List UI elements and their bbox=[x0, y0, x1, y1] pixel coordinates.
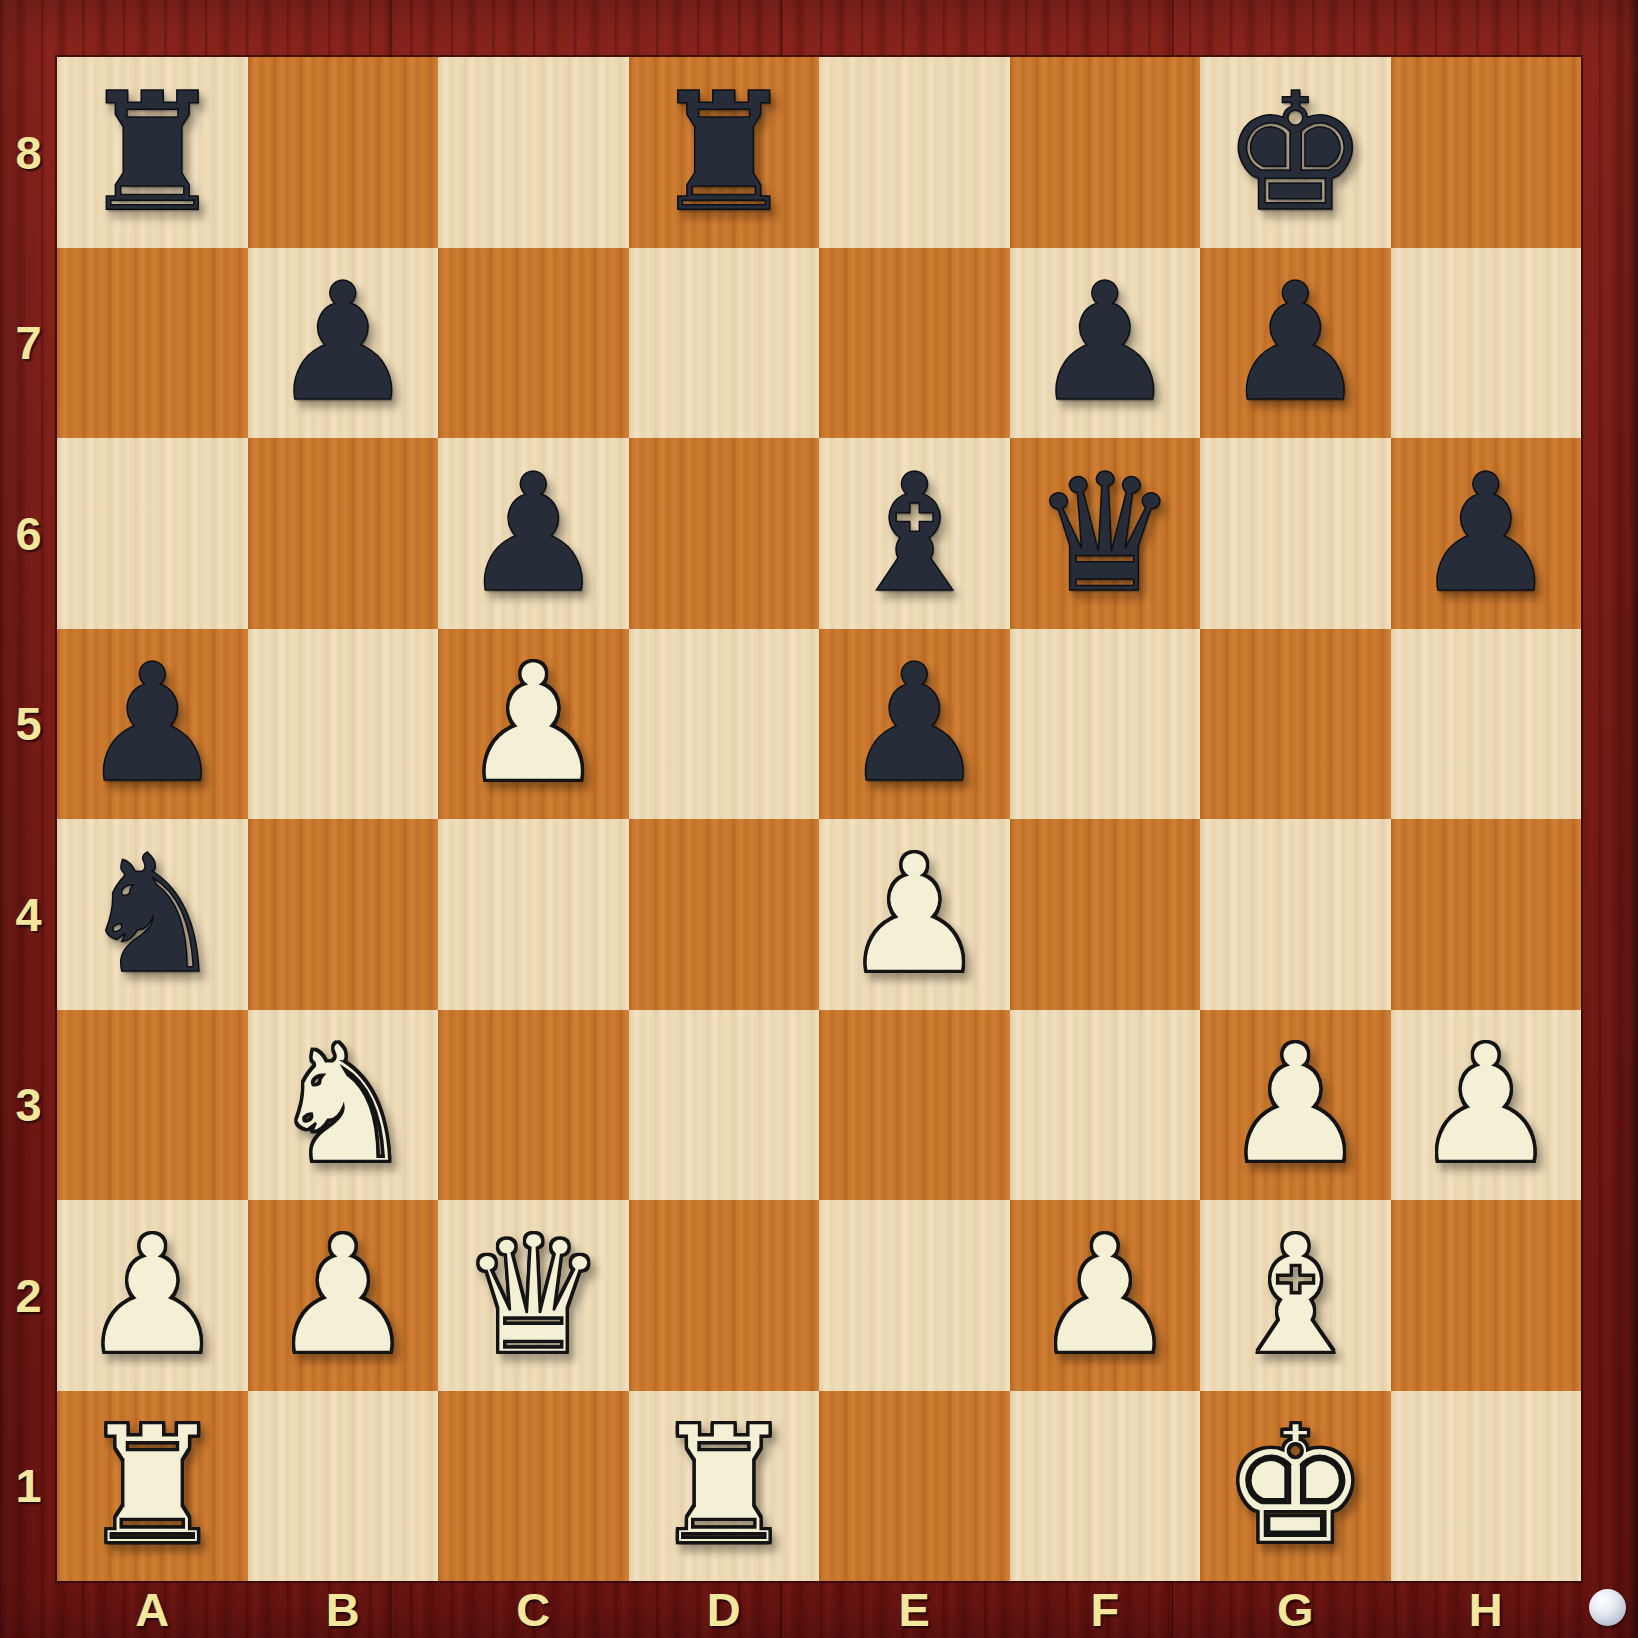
square-b7[interactable]: ♟ bbox=[248, 248, 439, 439]
square-f6[interactable]: ♛ bbox=[1010, 438, 1201, 629]
square-e4[interactable]: ♟ bbox=[819, 819, 1010, 1010]
rank-label-3: 3 bbox=[0, 1010, 57, 1201]
piece-white-pawn[interactable]: ♟ bbox=[1032, 1214, 1178, 1377]
piece-black-pawn[interactable]: ♟ bbox=[270, 261, 416, 424]
square-h2[interactable] bbox=[1391, 1200, 1582, 1391]
square-c7[interactable] bbox=[438, 248, 629, 439]
square-a3[interactable] bbox=[57, 1010, 248, 1201]
wood-seam bbox=[1172, 1581, 1175, 1638]
square-a7[interactable] bbox=[57, 248, 248, 439]
square-a6[interactable] bbox=[57, 438, 248, 629]
piece-black-rook[interactable]: ♜ bbox=[79, 71, 225, 234]
file-label-d: D bbox=[629, 1581, 820, 1638]
square-e2[interactable] bbox=[819, 1200, 1010, 1391]
square-e8[interactable] bbox=[819, 57, 1010, 248]
square-g5[interactable] bbox=[1200, 629, 1391, 820]
square-f4[interactable] bbox=[1010, 819, 1201, 1010]
rank-label-5: 5 bbox=[0, 629, 57, 820]
square-g2[interactable]: ♝ bbox=[1200, 1200, 1391, 1391]
file-label-e: E bbox=[819, 1581, 1010, 1638]
file-label-b: B bbox=[248, 1581, 439, 1638]
piece-white-queen[interactable]: ♛ bbox=[460, 1214, 606, 1377]
square-e7[interactable] bbox=[819, 248, 1010, 439]
piece-black-king[interactable]: ♚ bbox=[1222, 71, 1368, 234]
white-to-move-indicator bbox=[1589, 1589, 1626, 1626]
wood-seam bbox=[390, 1581, 393, 1638]
square-d5[interactable] bbox=[629, 629, 820, 820]
square-d2[interactable] bbox=[629, 1200, 820, 1391]
square-h8[interactable] bbox=[1391, 57, 1582, 248]
square-b5[interactable] bbox=[248, 629, 439, 820]
square-d4[interactable] bbox=[629, 819, 820, 1010]
rank-label-4: 4 bbox=[0, 819, 57, 1010]
piece-white-pawn[interactable]: ♟ bbox=[460, 642, 606, 805]
square-g1[interactable]: ♚ bbox=[1200, 1391, 1391, 1582]
square-f5[interactable] bbox=[1010, 629, 1201, 820]
rank-label-1: 1 bbox=[0, 1391, 57, 1582]
square-d8[interactable]: ♜ bbox=[629, 57, 820, 248]
piece-white-pawn[interactable]: ♟ bbox=[1413, 1023, 1559, 1186]
piece-white-pawn[interactable]: ♟ bbox=[270, 1214, 416, 1377]
piece-black-pawn[interactable]: ♟ bbox=[841, 642, 987, 805]
square-h7[interactable] bbox=[1391, 248, 1582, 439]
piece-black-rook[interactable]: ♜ bbox=[651, 71, 797, 234]
square-c3[interactable] bbox=[438, 1010, 629, 1201]
square-c6[interactable]: ♟ bbox=[438, 438, 629, 629]
square-b2[interactable]: ♟ bbox=[248, 1200, 439, 1391]
square-b8[interactable] bbox=[248, 57, 439, 248]
square-a5[interactable]: ♟ bbox=[57, 629, 248, 820]
rank-label-6: 6 bbox=[0, 438, 57, 629]
square-f8[interactable] bbox=[1010, 57, 1201, 248]
square-a4[interactable]: ♞ bbox=[57, 819, 248, 1010]
square-f1[interactable] bbox=[1010, 1391, 1201, 1582]
square-a2[interactable]: ♟ bbox=[57, 1200, 248, 1391]
square-b4[interactable] bbox=[248, 819, 439, 1010]
square-h5[interactable] bbox=[1391, 629, 1582, 820]
piece-white-rook[interactable]: ♜ bbox=[79, 1404, 225, 1567]
piece-black-pawn[interactable]: ♟ bbox=[79, 642, 225, 805]
wood-seam bbox=[781, 0, 784, 57]
piece-black-bishop[interactable]: ♝ bbox=[841, 452, 987, 615]
piece-white-pawn[interactable]: ♟ bbox=[1222, 1023, 1368, 1186]
chess-board: ♜♜♚♟♟♟♟♝♛♟♟♟♟♞♟♞♟♟♟♟♛♟♝♜♜♚ bbox=[57, 57, 1581, 1581]
piece-black-pawn[interactable]: ♟ bbox=[1413, 452, 1559, 615]
square-e1[interactable] bbox=[819, 1391, 1010, 1582]
square-h1[interactable] bbox=[1391, 1391, 1582, 1582]
square-c2[interactable]: ♛ bbox=[438, 1200, 629, 1391]
piece-black-pawn[interactable]: ♟ bbox=[460, 452, 606, 615]
piece-white-king[interactable]: ♚ bbox=[1222, 1404, 1368, 1567]
piece-white-bishop[interactable]: ♝ bbox=[1222, 1214, 1368, 1377]
square-c4[interactable] bbox=[438, 819, 629, 1010]
square-e5[interactable]: ♟ bbox=[819, 629, 1010, 820]
rank-label-8: 8 bbox=[0, 57, 57, 248]
square-g4[interactable] bbox=[1200, 819, 1391, 1010]
square-h6[interactable]: ♟ bbox=[1391, 438, 1582, 629]
board-frame: ♜♜♚♟♟♟♟♝♛♟♟♟♟♞♟♞♟♟♟♟♛♟♝♜♜♚ 87654321ABCDE… bbox=[0, 0, 1638, 1638]
square-f7[interactable]: ♟ bbox=[1010, 248, 1201, 439]
piece-black-knight[interactable]: ♞ bbox=[79, 833, 225, 996]
piece-black-queen[interactable]: ♛ bbox=[1032, 452, 1178, 615]
square-f3[interactable] bbox=[1010, 1010, 1201, 1201]
square-g3[interactable]: ♟ bbox=[1200, 1010, 1391, 1201]
file-label-a: A bbox=[57, 1581, 248, 1638]
square-a1[interactable]: ♜ bbox=[57, 1391, 248, 1582]
piece-white-pawn[interactable]: ♟ bbox=[841, 833, 987, 996]
file-label-c: C bbox=[438, 1581, 629, 1638]
file-label-g: G bbox=[1200, 1581, 1391, 1638]
square-e3[interactable] bbox=[819, 1010, 1010, 1201]
square-g6[interactable] bbox=[1200, 438, 1391, 629]
piece-black-pawn[interactable]: ♟ bbox=[1032, 261, 1178, 424]
square-g7[interactable]: ♟ bbox=[1200, 248, 1391, 439]
square-c5[interactable]: ♟ bbox=[438, 629, 629, 820]
square-g8[interactable]: ♚ bbox=[1200, 57, 1391, 248]
file-label-h: H bbox=[1391, 1581, 1582, 1638]
rank-label-7: 7 bbox=[0, 248, 57, 439]
square-b6[interactable] bbox=[248, 438, 439, 629]
square-b3[interactable]: ♞ bbox=[248, 1010, 439, 1201]
rank-label-2: 2 bbox=[0, 1200, 57, 1391]
square-c8[interactable] bbox=[438, 57, 629, 248]
wood-seam bbox=[781, 1581, 784, 1638]
piece-black-pawn[interactable]: ♟ bbox=[1222, 261, 1368, 424]
square-d7[interactable] bbox=[629, 248, 820, 439]
square-a8[interactable]: ♜ bbox=[57, 57, 248, 248]
square-d3[interactable] bbox=[629, 1010, 820, 1201]
wood-seam bbox=[390, 0, 393, 57]
square-c1[interactable] bbox=[438, 1391, 629, 1582]
wood-seam bbox=[1172, 0, 1175, 57]
piece-white-knight[interactable]: ♞ bbox=[270, 1023, 416, 1186]
square-b1[interactable] bbox=[248, 1391, 439, 1582]
square-h3[interactable]: ♟ bbox=[1391, 1010, 1582, 1201]
square-d6[interactable] bbox=[629, 438, 820, 629]
piece-white-rook[interactable]: ♜ bbox=[651, 1404, 797, 1567]
square-h4[interactable] bbox=[1391, 819, 1582, 1010]
square-e6[interactable]: ♝ bbox=[819, 438, 1010, 629]
square-d1[interactable]: ♜ bbox=[629, 1391, 820, 1582]
piece-white-pawn[interactable]: ♟ bbox=[79, 1214, 225, 1377]
square-f2[interactable]: ♟ bbox=[1010, 1200, 1201, 1391]
